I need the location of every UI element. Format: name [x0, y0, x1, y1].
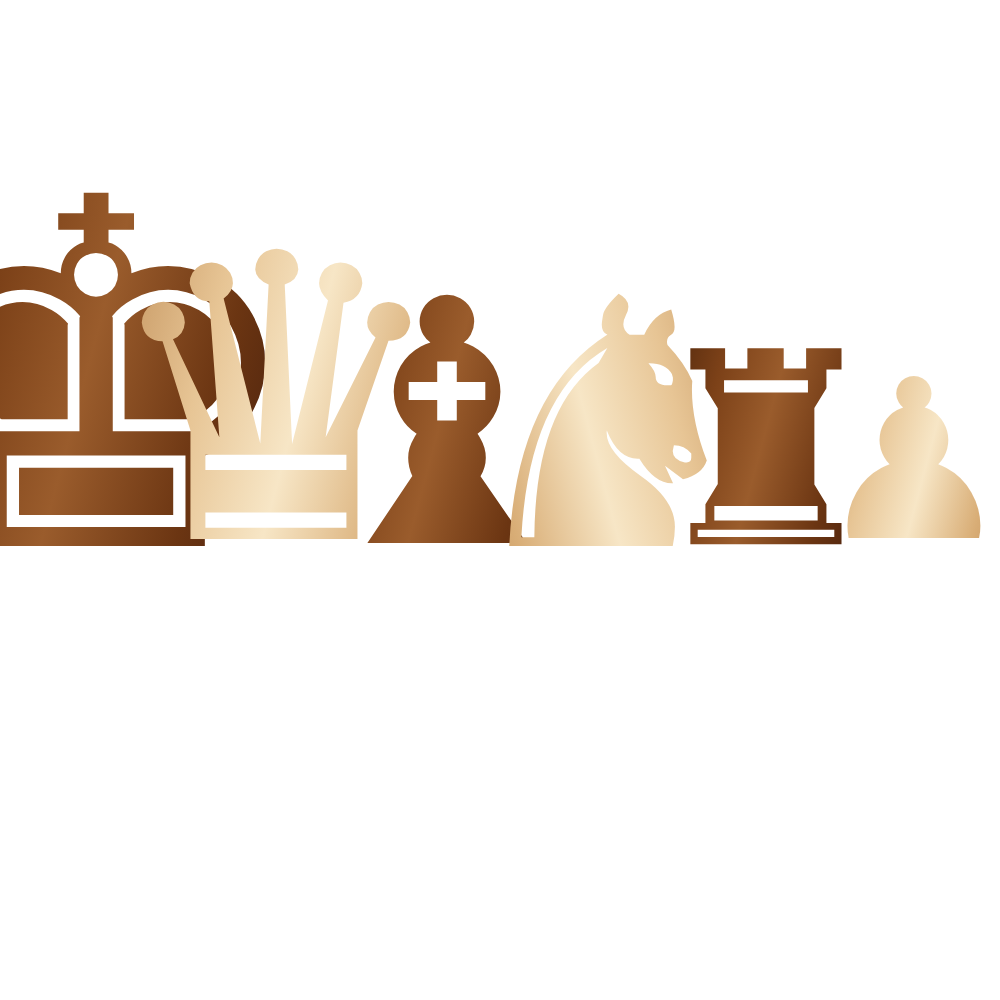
pawn-glyph: ♟	[815, 351, 1000, 573]
product-photo: ♚ ♛ ♝ ♞ ♜ ♟	[0, 0, 1000, 1000]
pawn-piece: ♟	[815, 351, 1000, 573]
